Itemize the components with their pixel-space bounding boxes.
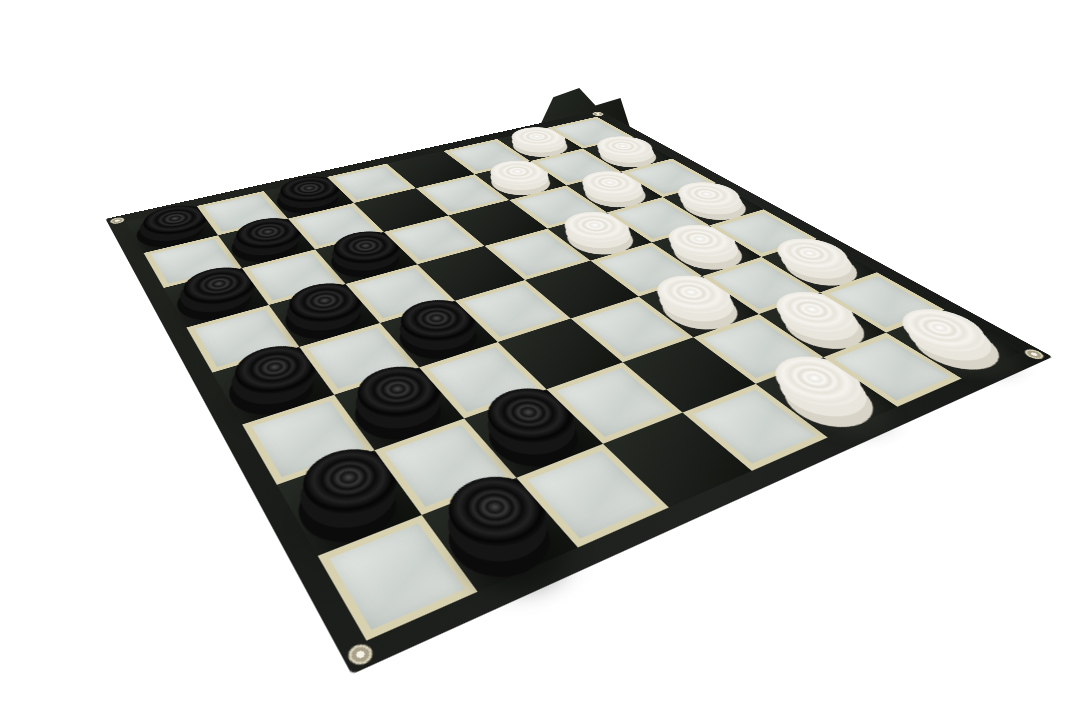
corner-grommet-near bbox=[344, 641, 376, 669]
board-grid bbox=[126, 117, 1021, 641]
corner-grommet-far bbox=[590, 111, 605, 116]
photo-scene bbox=[0, 0, 1086, 724]
checkers-mat bbox=[106, 110, 1053, 674]
corner-grommet-right bbox=[1021, 348, 1047, 361]
corner-grommet-left bbox=[109, 216, 126, 225]
